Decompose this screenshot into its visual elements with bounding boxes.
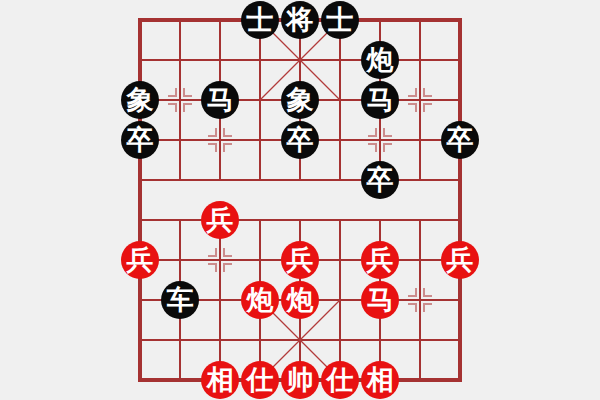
red-elephant[interactable]: 相 xyxy=(201,361,239,399)
black-soldier[interactable]: 卒 xyxy=(121,121,159,159)
black-soldier[interactable]: 卒 xyxy=(281,121,319,159)
xiangqi-board: 士将士炮象马象马卒卒卒卒车兵兵兵兵兵炮炮马相仕帅仕相 xyxy=(0,0,600,400)
black-soldier[interactable]: 卒 xyxy=(361,161,399,199)
red-horse[interactable]: 马 xyxy=(361,281,399,319)
red-advisor[interactable]: 仕 xyxy=(241,361,279,399)
black-horse[interactable]: 马 xyxy=(201,81,239,119)
red-soldier[interactable]: 兵 xyxy=(201,201,239,239)
red-soldier[interactable]: 兵 xyxy=(121,241,159,279)
black-horse[interactable]: 马 xyxy=(361,81,399,119)
black-elephant[interactable]: 象 xyxy=(121,81,159,119)
black-cannon[interactable]: 炮 xyxy=(361,41,399,79)
piece-grid: 士将士炮象马象马卒卒卒卒车兵兵兵兵兵炮炮马相仕帅仕相 xyxy=(120,0,480,400)
red-cannon[interactable]: 炮 xyxy=(281,281,319,319)
red-king[interactable]: 帅 xyxy=(281,361,319,399)
red-cannon[interactable]: 炮 xyxy=(241,281,279,319)
black-advisor[interactable]: 士 xyxy=(321,1,359,39)
black-soldier[interactable]: 卒 xyxy=(441,121,479,159)
red-elephant[interactable]: 相 xyxy=(361,361,399,399)
black-advisor[interactable]: 士 xyxy=(241,1,279,39)
red-soldier[interactable]: 兵 xyxy=(281,241,319,279)
red-advisor[interactable]: 仕 xyxy=(321,361,359,399)
red-soldier[interactable]: 兵 xyxy=(441,241,479,279)
black-elephant[interactable]: 象 xyxy=(281,81,319,119)
red-soldier[interactable]: 兵 xyxy=(361,241,399,279)
black-general[interactable]: 将 xyxy=(281,1,319,39)
black-chariot[interactable]: 车 xyxy=(161,281,199,319)
